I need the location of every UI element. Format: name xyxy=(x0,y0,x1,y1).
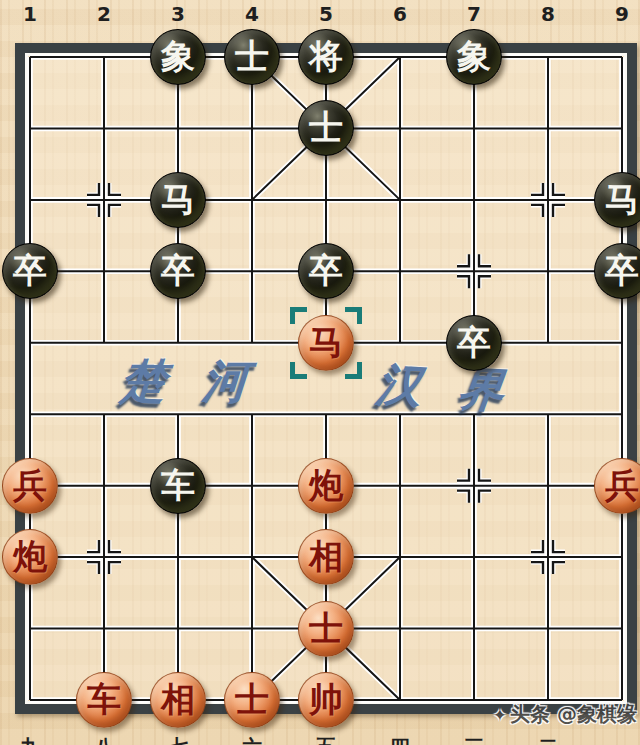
piece-character: 士 xyxy=(235,677,269,723)
piece-red-soldier[interactable]: 兵 xyxy=(2,458,58,514)
piece-character: 卒 xyxy=(13,248,47,294)
file-numeral-label: 五 xyxy=(316,737,336,745)
watermark-text: 头条 @象棋缘 xyxy=(510,701,637,728)
piece-character: 帅 xyxy=(309,677,343,723)
file-numeral-label: 二 xyxy=(538,737,558,745)
piece-black-soldier[interactable]: 卒 xyxy=(150,243,206,299)
piece-character: 炮 xyxy=(309,463,343,509)
piece-red-cannon[interactable]: 炮 xyxy=(2,529,58,585)
piece-character: 马 xyxy=(309,320,343,366)
piece-red-advisor[interactable]: 士 xyxy=(298,601,354,657)
piece-red-elephant[interactable]: 相 xyxy=(298,529,354,585)
file-numeral-label: 四 xyxy=(390,737,410,745)
piece-character: 卒 xyxy=(309,248,343,294)
piece-black-soldier[interactable]: 卒 xyxy=(594,243,640,299)
piece-black-general[interactable]: 将 xyxy=(298,29,354,85)
piece-character: 马 xyxy=(605,177,639,223)
piece-black-soldier[interactable]: 卒 xyxy=(2,243,58,299)
piece-character: 象 xyxy=(161,34,195,80)
file-numeral-label: 一 xyxy=(612,737,632,745)
piece-character: 相 xyxy=(309,534,343,580)
file-labels-bottom: 九八七六五四三二一 xyxy=(0,737,640,745)
piece-black-advisor[interactable]: 士 xyxy=(224,29,280,85)
file-numeral-label: 七 xyxy=(168,737,188,745)
piece-black-soldier[interactable]: 卒 xyxy=(446,315,502,371)
piece-character: 车 xyxy=(161,463,195,509)
file-numeral-label: 九 xyxy=(20,737,40,745)
piece-character: 士 xyxy=(235,34,269,80)
piece-character: 马 xyxy=(161,177,195,223)
river-label-left: 楚河 xyxy=(118,351,286,413)
piece-black-horse[interactable]: 马 xyxy=(594,172,640,228)
piece-character: 卒 xyxy=(161,248,195,294)
piece-character: 士 xyxy=(309,606,343,652)
piece-character: 炮 xyxy=(13,534,47,580)
piece-red-horse[interactable]: 马 xyxy=(298,315,354,371)
piece-black-advisor[interactable]: 士 xyxy=(298,100,354,156)
piece-black-chariot[interactable]: 车 xyxy=(150,458,206,514)
piece-red-advisor[interactable]: 士 xyxy=(224,672,280,728)
piece-character: 士 xyxy=(309,105,343,151)
piece-red-soldier[interactable]: 兵 xyxy=(594,458,640,514)
file-numeral-label: 三 xyxy=(464,737,484,745)
file-numeral-label: 八 xyxy=(94,737,114,745)
xiangqi-board-screenshot: 123456789 九八七六五四三二一 楚河 汉界 象士将象士马马卒卒卒卒卒车马… xyxy=(0,0,640,745)
piece-character: 相 xyxy=(161,677,195,723)
piece-red-cannon[interactable]: 炮 xyxy=(298,458,354,514)
piece-character: 车 xyxy=(87,677,121,723)
piece-black-elephant[interactable]: 象 xyxy=(150,29,206,85)
piece-black-soldier[interactable]: 卒 xyxy=(298,243,354,299)
piece-character: 将 xyxy=(309,34,343,80)
piece-character: 卒 xyxy=(457,320,491,366)
piece-character: 兵 xyxy=(13,463,47,509)
piece-character: 卒 xyxy=(605,248,639,294)
watermark: ✦ 头条 @象棋缘 xyxy=(493,701,637,728)
file-numeral-label: 六 xyxy=(242,737,262,745)
piece-red-general[interactable]: 帅 xyxy=(298,672,354,728)
piece-black-horse[interactable]: 马 xyxy=(150,172,206,228)
piece-black-elephant[interactable]: 象 xyxy=(446,29,502,85)
piece-red-elephant[interactable]: 相 xyxy=(150,672,206,728)
piece-character: 兵 xyxy=(605,463,639,509)
toutiao-logo-icon: ✦ xyxy=(493,705,507,725)
piece-red-chariot[interactable]: 车 xyxy=(76,672,132,728)
piece-character: 象 xyxy=(457,34,491,80)
